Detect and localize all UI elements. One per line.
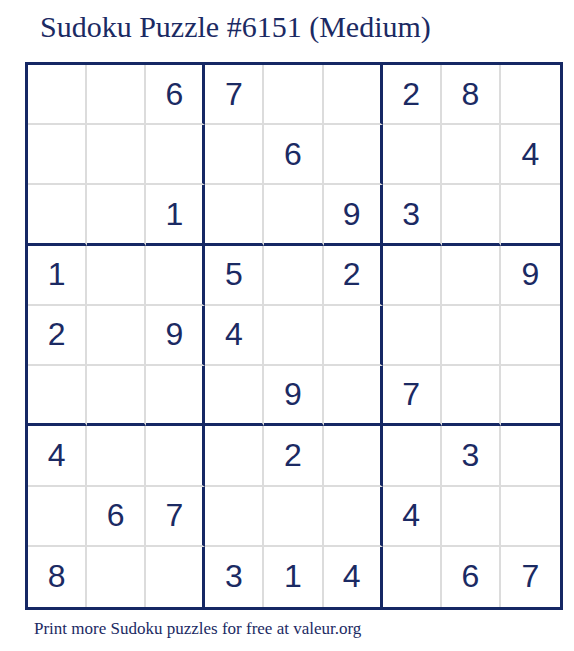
cell-r1c5[interactable] xyxy=(264,65,323,125)
cell-r2c2[interactable] xyxy=(87,125,146,185)
cell-r1c1[interactable] xyxy=(28,65,87,125)
cell-r4c1: 1 xyxy=(28,246,87,306)
cell-r7c2[interactable] xyxy=(87,426,146,486)
cell-r8c4[interactable] xyxy=(205,487,264,547)
cell-r4c9: 9 xyxy=(501,246,560,306)
cell-r3c5[interactable] xyxy=(264,185,323,245)
cell-r8c7: 4 xyxy=(383,487,442,547)
cell-r5c2[interactable] xyxy=(87,306,146,366)
cell-r3c9[interactable] xyxy=(501,185,560,245)
cell-r8c9[interactable] xyxy=(501,487,560,547)
cell-r6c4[interactable] xyxy=(205,366,264,426)
cell-r9c5: 1 xyxy=(264,547,323,607)
cell-r6c7: 7 xyxy=(383,366,442,426)
cell-r1c3: 6 xyxy=(146,65,205,125)
cell-r9c7[interactable] xyxy=(383,547,442,607)
cell-r3c6: 9 xyxy=(324,185,383,245)
cell-r4c5[interactable] xyxy=(264,246,323,306)
cell-r4c6: 2 xyxy=(324,246,383,306)
cell-r7c4[interactable] xyxy=(205,426,264,486)
cell-r7c1: 4 xyxy=(28,426,87,486)
cell-r7c3[interactable] xyxy=(146,426,205,486)
cell-r2c6[interactable] xyxy=(324,125,383,185)
cell-r4c2[interactable] xyxy=(87,246,146,306)
cell-r2c9: 4 xyxy=(501,125,560,185)
cell-r4c4: 5 xyxy=(205,246,264,306)
cell-r8c1[interactable] xyxy=(28,487,87,547)
cell-r2c3[interactable] xyxy=(146,125,205,185)
cell-r6c6[interactable] xyxy=(324,366,383,426)
cell-r8c2: 6 xyxy=(87,487,146,547)
cell-r8c6[interactable] xyxy=(324,487,383,547)
cell-r4c7[interactable] xyxy=(383,246,442,306)
cell-r7c5: 2 xyxy=(264,426,323,486)
cell-r5c5[interactable] xyxy=(264,306,323,366)
cell-r3c4[interactable] xyxy=(205,185,264,245)
cell-r6c8[interactable] xyxy=(442,366,501,426)
cell-r1c9[interactable] xyxy=(501,65,560,125)
cell-r6c3[interactable] xyxy=(146,366,205,426)
cell-r5c6[interactable] xyxy=(324,306,383,366)
cell-r5c3: 9 xyxy=(146,306,205,366)
cell-r5c4: 4 xyxy=(205,306,264,366)
cell-r1c6[interactable] xyxy=(324,65,383,125)
cell-r5c8[interactable] xyxy=(442,306,501,366)
cell-r2c4[interactable] xyxy=(205,125,264,185)
cell-r6c5: 9 xyxy=(264,366,323,426)
cell-r2c7[interactable] xyxy=(383,125,442,185)
cell-r1c8: 8 xyxy=(442,65,501,125)
cell-r4c3[interactable] xyxy=(146,246,205,306)
cell-r3c2[interactable] xyxy=(87,185,146,245)
cell-r5c7[interactable] xyxy=(383,306,442,366)
cell-r6c2[interactable] xyxy=(87,366,146,426)
cell-r8c5[interactable] xyxy=(264,487,323,547)
cell-r3c3: 1 xyxy=(146,185,205,245)
cell-r6c9[interactable] xyxy=(501,366,560,426)
cell-r8c3: 7 xyxy=(146,487,205,547)
cell-r9c3[interactable] xyxy=(146,547,205,607)
cell-r8c8[interactable] xyxy=(442,487,501,547)
cell-r9c1: 8 xyxy=(28,547,87,607)
cell-r5c9[interactable] xyxy=(501,306,560,366)
cell-r7c7[interactable] xyxy=(383,426,442,486)
cell-r7c8: 3 xyxy=(442,426,501,486)
cell-r5c1: 2 xyxy=(28,306,87,366)
cell-r4c8[interactable] xyxy=(442,246,501,306)
cell-r7c9[interactable] xyxy=(501,426,560,486)
sudoku-board: 672864193152929497423674831467 xyxy=(25,62,563,610)
cell-r1c4: 7 xyxy=(205,65,264,125)
cell-r2c8[interactable] xyxy=(442,125,501,185)
page-title: Sudoku Puzzle #6151 (Medium) xyxy=(40,10,431,44)
footer-text: Print more Sudoku puzzles for free at va… xyxy=(34,619,361,639)
cell-r3c8[interactable] xyxy=(442,185,501,245)
cell-r9c6: 4 xyxy=(324,547,383,607)
cell-r2c1[interactable] xyxy=(28,125,87,185)
cell-r9c9: 7 xyxy=(501,547,560,607)
cell-r9c8: 6 xyxy=(442,547,501,607)
cell-r6c1[interactable] xyxy=(28,366,87,426)
cell-r3c1[interactable] xyxy=(28,185,87,245)
cell-r7c6[interactable] xyxy=(324,426,383,486)
cell-r1c2[interactable] xyxy=(87,65,146,125)
cell-r2c5: 6 xyxy=(264,125,323,185)
cell-r1c7: 2 xyxy=(383,65,442,125)
cell-r9c4: 3 xyxy=(205,547,264,607)
cell-r9c2[interactable] xyxy=(87,547,146,607)
cell-r3c7: 3 xyxy=(383,185,442,245)
